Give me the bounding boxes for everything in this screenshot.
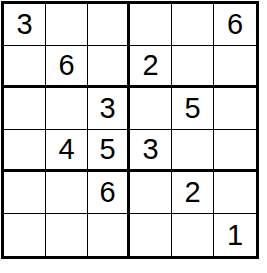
cell-r3c1[interactable] bbox=[4, 88, 46, 130]
cell-r4c4[interactable]: 3 bbox=[130, 130, 172, 172]
cell-r1c3[interactable] bbox=[88, 4, 130, 46]
cell-r6c1[interactable] bbox=[4, 214, 46, 256]
cell-r5c1[interactable] bbox=[4, 172, 46, 214]
cell-r2c1[interactable] bbox=[4, 46, 46, 88]
cell-r4c2[interactable]: 4 bbox=[46, 130, 88, 172]
cell-r2c6[interactable] bbox=[214, 46, 256, 88]
cell-r1c4[interactable] bbox=[130, 4, 172, 46]
cell-r2c4[interactable]: 2 bbox=[130, 46, 172, 88]
cell-r6c2[interactable] bbox=[46, 214, 88, 256]
cell-r3c3[interactable]: 3 bbox=[88, 88, 130, 130]
cell-r1c1[interactable]: 3 bbox=[4, 4, 46, 46]
cell-r5c5[interactable]: 2 bbox=[172, 172, 214, 214]
cell-r4c3[interactable]: 5 bbox=[88, 130, 130, 172]
cell-r6c5[interactable] bbox=[172, 214, 214, 256]
cell-r3c6[interactable] bbox=[214, 88, 256, 130]
cell-r4c5[interactable] bbox=[172, 130, 214, 172]
cell-r4c1[interactable] bbox=[4, 130, 46, 172]
cell-r3c5[interactable]: 5 bbox=[172, 88, 214, 130]
cell-r4c6[interactable] bbox=[214, 130, 256, 172]
cell-r5c4[interactable] bbox=[130, 172, 172, 214]
cell-r3c2[interactable] bbox=[46, 88, 88, 130]
cell-r6c6[interactable]: 1 bbox=[214, 214, 256, 256]
cell-r6c3[interactable] bbox=[88, 214, 130, 256]
cell-r1c2[interactable] bbox=[46, 4, 88, 46]
cell-r2c2[interactable]: 6 bbox=[46, 46, 88, 88]
cell-r2c5[interactable] bbox=[172, 46, 214, 88]
cell-r1c5[interactable] bbox=[172, 4, 214, 46]
cell-r5c3[interactable]: 6 bbox=[88, 172, 130, 214]
sudoku-board: 366235453621 bbox=[1, 1, 259, 259]
cell-r3c4[interactable] bbox=[130, 88, 172, 130]
cell-r5c2[interactable] bbox=[46, 172, 88, 214]
cell-r1c6[interactable]: 6 bbox=[214, 4, 256, 46]
sudoku-page: 366235453621 bbox=[0, 0, 267, 273]
cell-r2c3[interactable] bbox=[88, 46, 130, 88]
cell-r5c6[interactable] bbox=[214, 172, 256, 214]
cell-r6c4[interactable] bbox=[130, 214, 172, 256]
